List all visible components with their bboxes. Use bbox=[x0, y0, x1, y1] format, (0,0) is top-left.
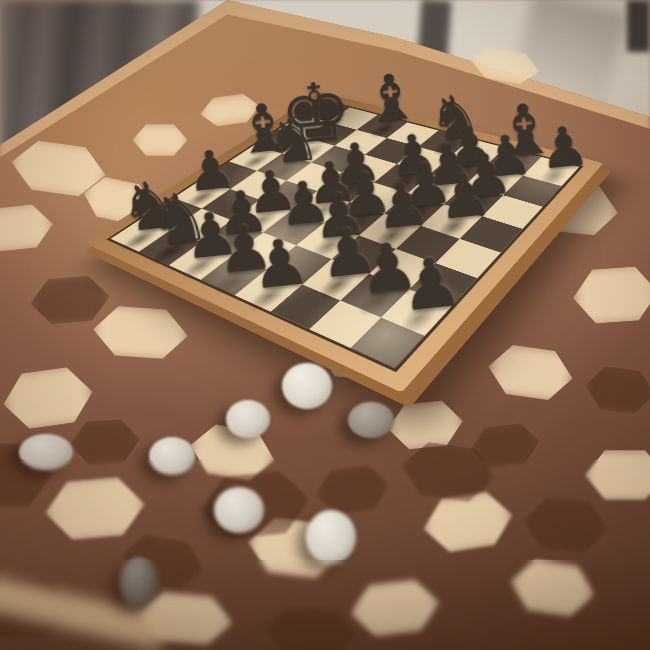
window-corner-bar bbox=[627, 0, 650, 52]
pebble-4[interactable] bbox=[282, 363, 332, 409]
scene: chess ♞♟♝♞♞♚♟♟♟♝♟♟♟♟♟♟♟♟♞♟♟♟♟♟♟♟♟♟♝♟♟ bbox=[0, 0, 650, 650]
foreground-blur-strong bbox=[0, 560, 650, 650]
square-b1[interactable]: ♟ bbox=[381, 289, 452, 336]
pebble-3[interactable] bbox=[226, 400, 270, 438]
pebble-5[interactable] bbox=[348, 402, 394, 438]
piece-dark-pawn-a4[interactable]: ♟ bbox=[230, 227, 329, 301]
piece-dark-pawn-b1[interactable]: ♟ bbox=[378, 245, 483, 324]
